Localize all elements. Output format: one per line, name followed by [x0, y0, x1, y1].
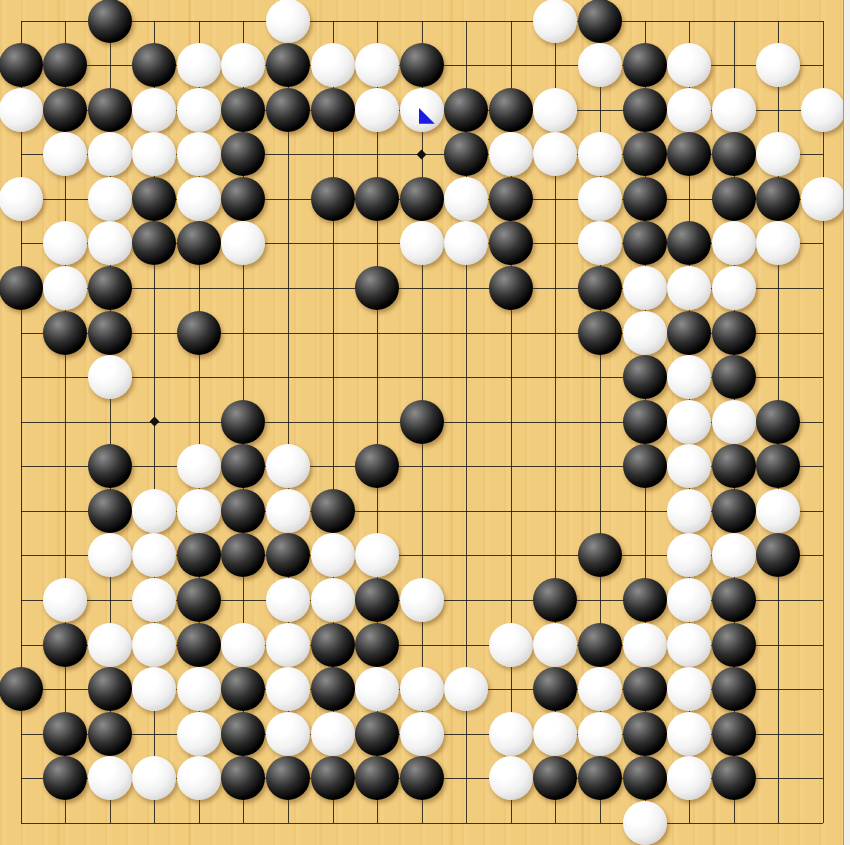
stone-black[interactable]: [43, 712, 87, 756]
stone-white[interactable]: [88, 177, 132, 221]
stone-black[interactable]: [221, 444, 265, 488]
stone-black[interactable]: [88, 667, 132, 711]
stone-black[interactable]: [623, 400, 667, 444]
stone-white[interactable]: [667, 444, 711, 488]
stone-white[interactable]: [355, 533, 399, 577]
stone-white[interactable]: [177, 43, 221, 87]
stone-white[interactable]: [400, 578, 444, 622]
stone-white[interactable]: [221, 221, 265, 265]
stone-black[interactable]: [355, 266, 399, 310]
stone-black[interactable]: [88, 444, 132, 488]
stone-white[interactable]: [43, 578, 87, 622]
stone-black[interactable]: [0, 266, 43, 310]
stone-white[interactable]: [489, 756, 533, 800]
stone-black[interactable]: [221, 132, 265, 176]
stone-white[interactable]: [623, 801, 667, 845]
stone-white[interactable]: [132, 667, 176, 711]
stone-black[interactable]: [132, 177, 176, 221]
stone-black[interactable]: [533, 756, 577, 800]
stone-black[interactable]: [43, 756, 87, 800]
stone-white[interactable]: [533, 88, 577, 132]
stone-black[interactable]: [311, 623, 355, 667]
stone-black[interactable]: [177, 533, 221, 577]
stone-white[interactable]: [311, 43, 355, 87]
stone-black[interactable]: [667, 311, 711, 355]
stone-white[interactable]: [712, 266, 756, 310]
stone-black[interactable]: [756, 177, 800, 221]
stone-white[interactable]: [266, 0, 310, 43]
stone-white[interactable]: [667, 667, 711, 711]
stone-white[interactable]: [177, 88, 221, 132]
stone-black[interactable]: [623, 177, 667, 221]
stone-black[interactable]: [177, 623, 221, 667]
stone-black[interactable]: [221, 667, 265, 711]
stone-black[interactable]: [712, 132, 756, 176]
grid-line-v: [823, 21, 824, 823]
stone-black[interactable]: [43, 623, 87, 667]
stone-black[interactable]: [221, 712, 265, 756]
stone-white[interactable]: [578, 221, 622, 265]
stone-black[interactable]: [578, 623, 622, 667]
stone-black[interactable]: [712, 444, 756, 488]
stone-white[interactable]: [667, 355, 711, 399]
stone-black[interactable]: [489, 177, 533, 221]
stone-black[interactable]: [400, 177, 444, 221]
stone-black[interactable]: [0, 43, 43, 87]
stone-black[interactable]: [400, 756, 444, 800]
stone-white[interactable]: [311, 578, 355, 622]
stone-white[interactable]: [266, 578, 310, 622]
stone-black[interactable]: [623, 667, 667, 711]
stone-black[interactable]: [712, 623, 756, 667]
stone-white[interactable]: [266, 623, 310, 667]
stone-white[interactable]: [444, 221, 488, 265]
stone-black[interactable]: [266, 533, 310, 577]
stone-black[interactable]: [311, 88, 355, 132]
stone-black[interactable]: [132, 221, 176, 265]
stone-black[interactable]: [43, 88, 87, 132]
stone-black[interactable]: [88, 88, 132, 132]
stone-white[interactable]: [88, 623, 132, 667]
stone-white[interactable]: [712, 88, 756, 132]
stone-white[interactable]: [756, 489, 800, 533]
stone-black[interactable]: [132, 43, 176, 87]
stone-black[interactable]: [623, 355, 667, 399]
stone-black[interactable]: [88, 266, 132, 310]
stone-black[interactable]: [667, 132, 711, 176]
stone-white[interactable]: [400, 712, 444, 756]
stone-white[interactable]: [400, 88, 444, 132]
stone-black[interactable]: [756, 533, 800, 577]
stone-black[interactable]: [177, 221, 221, 265]
stone-white[interactable]: [177, 132, 221, 176]
stone-white[interactable]: [667, 88, 711, 132]
star-point: [417, 149, 427, 159]
stone-black[interactable]: [444, 88, 488, 132]
stone-black[interactable]: [712, 667, 756, 711]
stone-white[interactable]: [712, 533, 756, 577]
stone-black[interactable]: [221, 177, 265, 221]
stone-black[interactable]: [311, 177, 355, 221]
stone-white[interactable]: [801, 177, 845, 221]
stone-black[interactable]: [266, 756, 310, 800]
stone-black[interactable]: [311, 489, 355, 533]
stone-white[interactable]: [578, 712, 622, 756]
stone-black[interactable]: [623, 712, 667, 756]
stone-black[interactable]: [221, 400, 265, 444]
stone-white[interactable]: [88, 132, 132, 176]
stone-white[interactable]: [667, 533, 711, 577]
stone-black[interactable]: [88, 0, 132, 43]
stone-black[interactable]: [221, 756, 265, 800]
stone-white[interactable]: [667, 712, 711, 756]
stone-black[interactable]: [0, 667, 43, 711]
stone-black[interactable]: [355, 712, 399, 756]
stone-black[interactable]: [623, 88, 667, 132]
stone-white[interactable]: [623, 623, 667, 667]
stone-black[interactable]: [623, 132, 667, 176]
stone-white[interactable]: [0, 88, 43, 132]
stone-black[interactable]: [533, 667, 577, 711]
stone-black[interactable]: [177, 311, 221, 355]
stone-white[interactable]: [355, 43, 399, 87]
stone-black[interactable]: [712, 311, 756, 355]
stone-white[interactable]: [623, 266, 667, 310]
stone-white[interactable]: [533, 0, 577, 43]
stone-black[interactable]: [221, 533, 265, 577]
stone-black[interactable]: [667, 221, 711, 265]
stone-black[interactable]: [355, 578, 399, 622]
stone-black[interactable]: [177, 578, 221, 622]
stone-black[interactable]: [444, 132, 488, 176]
stone-black[interactable]: [489, 88, 533, 132]
stone-white[interactable]: [623, 311, 667, 355]
stone-white[interactable]: [221, 43, 265, 87]
stone-white[interactable]: [43, 132, 87, 176]
stone-black[interactable]: [489, 266, 533, 310]
stone-white[interactable]: [756, 43, 800, 87]
stone-black[interactable]: [578, 533, 622, 577]
stone-black[interactable]: [489, 221, 533, 265]
stone-white[interactable]: [533, 132, 577, 176]
stone-black[interactable]: [578, 311, 622, 355]
stone-white[interactable]: [400, 667, 444, 711]
stone-white[interactable]: [43, 221, 87, 265]
stone-white[interactable]: [132, 756, 176, 800]
window-edge-strip: [843, 0, 850, 845]
stone-white[interactable]: [221, 623, 265, 667]
stone-black[interactable]: [623, 578, 667, 622]
stone-black[interactable]: [88, 311, 132, 355]
stone-black[interactable]: [712, 489, 756, 533]
stone-black[interactable]: [533, 578, 577, 622]
stone-white[interactable]: [177, 667, 221, 711]
stone-white[interactable]: [132, 489, 176, 533]
stone-black[interactable]: [578, 0, 622, 43]
stone-white[interactable]: [667, 623, 711, 667]
stone-white[interactable]: [88, 756, 132, 800]
stone-white[interactable]: [88, 355, 132, 399]
stone-white[interactable]: [533, 712, 577, 756]
stone-white[interactable]: [578, 132, 622, 176]
stone-white[interactable]: [667, 43, 711, 87]
stone-black[interactable]: [43, 311, 87, 355]
grid-line-h: [21, 823, 823, 824]
stone-white[interactable]: [712, 221, 756, 265]
stone-white[interactable]: [489, 132, 533, 176]
stone-white[interactable]: [400, 221, 444, 265]
stone-black[interactable]: [266, 43, 310, 87]
stone-white[interactable]: [132, 88, 176, 132]
stone-black[interactable]: [400, 43, 444, 87]
stone-black[interactable]: [355, 177, 399, 221]
stone-black[interactable]: [43, 43, 87, 87]
stone-black[interactable]: [578, 266, 622, 310]
stone-white[interactable]: [578, 667, 622, 711]
stone-black[interactable]: [221, 88, 265, 132]
stone-white[interactable]: [756, 221, 800, 265]
stone-white[interactable]: [132, 578, 176, 622]
stone-white[interactable]: [266, 712, 310, 756]
stone-white[interactable]: [266, 489, 310, 533]
stone-white[interactable]: [578, 43, 622, 87]
stone-white[interactable]: [667, 578, 711, 622]
go-board-app: [0, 0, 850, 845]
stone-white[interactable]: [444, 667, 488, 711]
stone-white[interactable]: [177, 177, 221, 221]
stone-white[interactable]: [177, 756, 221, 800]
stone-white[interactable]: [132, 623, 176, 667]
stone-white[interactable]: [355, 88, 399, 132]
stone-black[interactable]: [712, 578, 756, 622]
stone-black[interactable]: [623, 221, 667, 265]
stone-black[interactable]: [623, 756, 667, 800]
stone-white[interactable]: [132, 132, 176, 176]
stone-black[interactable]: [756, 400, 800, 444]
stone-black[interactable]: [355, 444, 399, 488]
stone-white[interactable]: [43, 266, 87, 310]
stone-black[interactable]: [311, 756, 355, 800]
stone-black[interactable]: [88, 489, 132, 533]
stone-white[interactable]: [712, 400, 756, 444]
stone-white[interactable]: [0, 177, 43, 221]
stone-white[interactable]: [88, 221, 132, 265]
stone-black[interactable]: [578, 756, 622, 800]
stone-white[interactable]: [311, 712, 355, 756]
stone-white[interactable]: [667, 489, 711, 533]
stone-white[interactable]: [489, 623, 533, 667]
stone-white[interactable]: [578, 177, 622, 221]
stone-white[interactable]: [667, 756, 711, 800]
stone-black[interactable]: [623, 444, 667, 488]
stone-white[interactable]: [311, 533, 355, 577]
stone-black[interactable]: [623, 43, 667, 87]
stone-white[interactable]: [489, 712, 533, 756]
stone-white[interactable]: [355, 667, 399, 711]
stone-black[interactable]: [311, 667, 355, 711]
stone-white[interactable]: [533, 623, 577, 667]
stone-white[interactable]: [444, 177, 488, 221]
stone-white[interactable]: [667, 400, 711, 444]
star-point: [149, 417, 159, 427]
stone-white[interactable]: [177, 444, 221, 488]
stone-white[interactable]: [756, 132, 800, 176]
stone-black[interactable]: [400, 400, 444, 444]
stone-black[interactable]: [355, 756, 399, 800]
stone-black[interactable]: [756, 444, 800, 488]
stone-black[interactable]: [355, 623, 399, 667]
stone-white[interactable]: [177, 489, 221, 533]
go-board[interactable]: [0, 0, 843, 845]
stone-black[interactable]: [88, 712, 132, 756]
stone-white[interactable]: [801, 88, 845, 132]
stone-black[interactable]: [712, 756, 756, 800]
stone-black[interactable]: [221, 489, 265, 533]
stone-white[interactable]: [132, 533, 176, 577]
stone-white[interactable]: [88, 533, 132, 577]
stone-black[interactable]: [712, 355, 756, 399]
stone-black[interactable]: [712, 177, 756, 221]
stone-black[interactable]: [712, 712, 756, 756]
stone-white[interactable]: [177, 712, 221, 756]
stone-white[interactable]: [667, 266, 711, 310]
stone-black[interactable]: [266, 88, 310, 132]
stone-white[interactable]: [266, 667, 310, 711]
stone-white[interactable]: [266, 444, 310, 488]
